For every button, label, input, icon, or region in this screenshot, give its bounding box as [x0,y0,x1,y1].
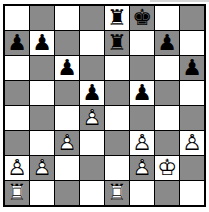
square-c2[interactable] [55,156,79,180]
square-g7[interactable]: ♟ [155,31,179,55]
piece-white-pawn[interactable]: ♟♙ [130,131,154,155]
square-e1[interactable]: ♜♖ [105,181,129,205]
square-d2[interactable] [80,156,104,180]
square-f6[interactable] [130,56,154,80]
square-b8[interactable] [30,6,54,30]
square-e4[interactable] [105,106,129,130]
square-b5[interactable] [30,81,54,105]
piece-black-pawn[interactable]: ♟ [5,31,29,55]
square-f8[interactable]: ♚ [130,6,154,30]
white-king-icon: ♔ [155,156,179,180]
square-a6[interactable] [5,56,29,80]
white-pawn-icon: ♙ [130,156,154,180]
square-h5[interactable] [180,81,204,105]
square-c7[interactable] [55,31,79,55]
piece-black-pawn[interactable]: ♟ [130,81,154,105]
square-c1[interactable] [55,181,79,205]
square-a4[interactable] [5,106,29,130]
square-e5[interactable] [105,81,129,105]
piece-white-king[interactable]: ♚♔ [155,156,179,180]
piece-white-pawn[interactable]: ♟♙ [5,156,29,180]
square-d5[interactable]: ♟ [80,81,104,105]
piece-black-pawn[interactable]: ♟ [180,56,204,80]
piece-black-pawn[interactable]: ♟ [55,56,79,80]
square-c6[interactable]: ♟ [55,56,79,80]
white-pawn-icon: ♙ [180,131,204,155]
square-f1[interactable] [130,181,154,205]
piece-black-rook[interactable]: ♜ [105,6,129,30]
square-c8[interactable] [55,6,79,30]
square-h6[interactable]: ♟ [180,56,204,80]
piece-white-pawn[interactable]: ♟♙ [30,156,54,180]
white-rook-icon: ♖ [105,181,129,205]
square-f5[interactable]: ♟ [130,81,154,105]
piece-black-pawn[interactable]: ♟ [80,81,104,105]
piece-black-rook[interactable]: ♜ [105,31,129,55]
square-d4[interactable]: ♟♙ [80,106,104,130]
square-f2[interactable]: ♟♙ [130,156,154,180]
square-f4[interactable] [130,106,154,130]
square-b6[interactable] [30,56,54,80]
square-d8[interactable] [80,6,104,30]
square-g6[interactable] [155,56,179,80]
square-a1[interactable]: ♜♖ [5,181,29,205]
white-pawn-icon: ♙ [30,156,54,180]
piece-black-pawn[interactable]: ♟ [155,31,179,55]
piece-black-king[interactable]: ♚ [130,6,154,30]
chess-board: ♜♚♟♟♜♟♟♟♟♟♟♙♟♙♟♙♟♙♟♙♟♙♟♙♚♔♜♖♜♖ [3,4,206,207]
square-g3[interactable] [155,131,179,155]
piece-white-pawn[interactable]: ♟♙ [80,106,104,130]
white-rook-icon: ♖ [5,181,29,205]
white-pawn-icon: ♙ [130,131,154,155]
square-f7[interactable] [130,31,154,55]
square-c5[interactable] [55,81,79,105]
piece-black-pawn[interactable]: ♟ [30,31,54,55]
piece-white-pawn[interactable]: ♟♙ [180,131,204,155]
square-f3[interactable]: ♟♙ [130,131,154,155]
square-h4[interactable] [180,106,204,130]
square-d7[interactable] [80,31,104,55]
square-a2[interactable]: ♟♙ [5,156,29,180]
square-h3[interactable]: ♟♙ [180,131,204,155]
square-a5[interactable] [5,81,29,105]
square-g2[interactable]: ♚♔ [155,156,179,180]
white-pawn-icon: ♙ [80,106,104,130]
square-c3[interactable]: ♟♙ [55,131,79,155]
square-b1[interactable] [30,181,54,205]
square-h7[interactable] [180,31,204,55]
square-g4[interactable] [155,106,179,130]
square-g8[interactable] [155,6,179,30]
square-b2[interactable]: ♟♙ [30,156,54,180]
piece-white-rook[interactable]: ♜♖ [5,181,29,205]
piece-white-pawn[interactable]: ♟♙ [55,131,79,155]
square-b3[interactable] [30,131,54,155]
square-a8[interactable] [5,6,29,30]
white-pawn-icon: ♙ [5,156,29,180]
square-e6[interactable] [105,56,129,80]
square-h1[interactable] [180,181,204,205]
square-a3[interactable] [5,131,29,155]
square-a7[interactable]: ♟ [5,31,29,55]
square-h8[interactable] [180,6,204,30]
square-g5[interactable] [155,81,179,105]
white-pawn-icon: ♙ [55,131,79,155]
piece-white-rook[interactable]: ♜♖ [105,181,129,205]
square-e3[interactable] [105,131,129,155]
square-d1[interactable] [80,181,104,205]
chess-diagram: ♜♚♟♟♜♟♟♟♟♟♟♙♟♙♟♙♟♙♟♙♟♙♟♙♚♔♜♖♜♖ [0,0,209,212]
square-g1[interactable] [155,181,179,205]
square-d3[interactable] [80,131,104,155]
square-d6[interactable] [80,56,104,80]
square-b4[interactable] [30,106,54,130]
square-e8[interactable]: ♜ [105,6,129,30]
square-h2[interactable] [180,156,204,180]
piece-white-pawn[interactable]: ♟♙ [130,156,154,180]
square-b7[interactable]: ♟ [30,31,54,55]
square-e7[interactable]: ♜ [105,31,129,55]
screen-edge-artifact [150,0,209,2]
square-e2[interactable] [105,156,129,180]
square-c4[interactable] [55,106,79,130]
